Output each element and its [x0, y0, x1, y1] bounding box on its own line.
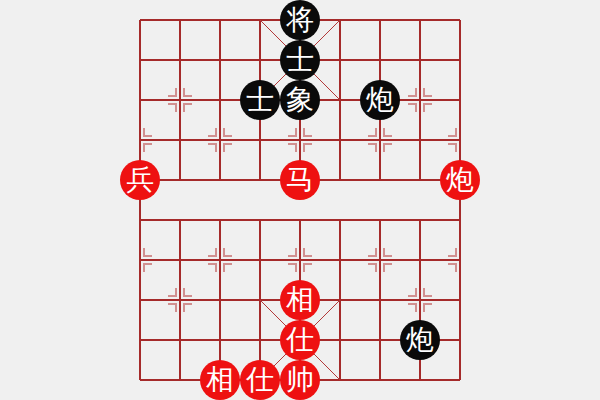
piece-red-elephant[interactable]: 相 [280, 280, 320, 320]
xiangqi-board[interactable]: 将士士象炮炮兵马炮相仕相仕帅 [120, 0, 480, 400]
xiangqi-game-screen: 将士士象炮炮兵马炮相仕相仕帅 [0, 0, 600, 400]
piece-black-general[interactable]: 将 [280, 0, 320, 40]
piece-red-pawn[interactable]: 兵 [120, 160, 160, 200]
piece-black-cannon[interactable]: 炮 [400, 320, 440, 360]
piece-black-elephant[interactable]: 象 [280, 80, 320, 120]
piece-red-advisor[interactable]: 仕 [240, 360, 280, 400]
piece-red-advisor[interactable]: 仕 [280, 320, 320, 360]
piece-black-cannon[interactable]: 炮 [360, 80, 400, 120]
piece-black-advisor[interactable]: 士 [280, 40, 320, 80]
piece-black-advisor[interactable]: 士 [240, 80, 280, 120]
piece-red-elephant[interactable]: 相 [200, 360, 240, 400]
piece-red-king[interactable]: 帅 [280, 360, 320, 400]
piece-red-cannon[interactable]: 炮 [440, 160, 480, 200]
piece-red-horse[interactable]: 马 [280, 160, 320, 200]
